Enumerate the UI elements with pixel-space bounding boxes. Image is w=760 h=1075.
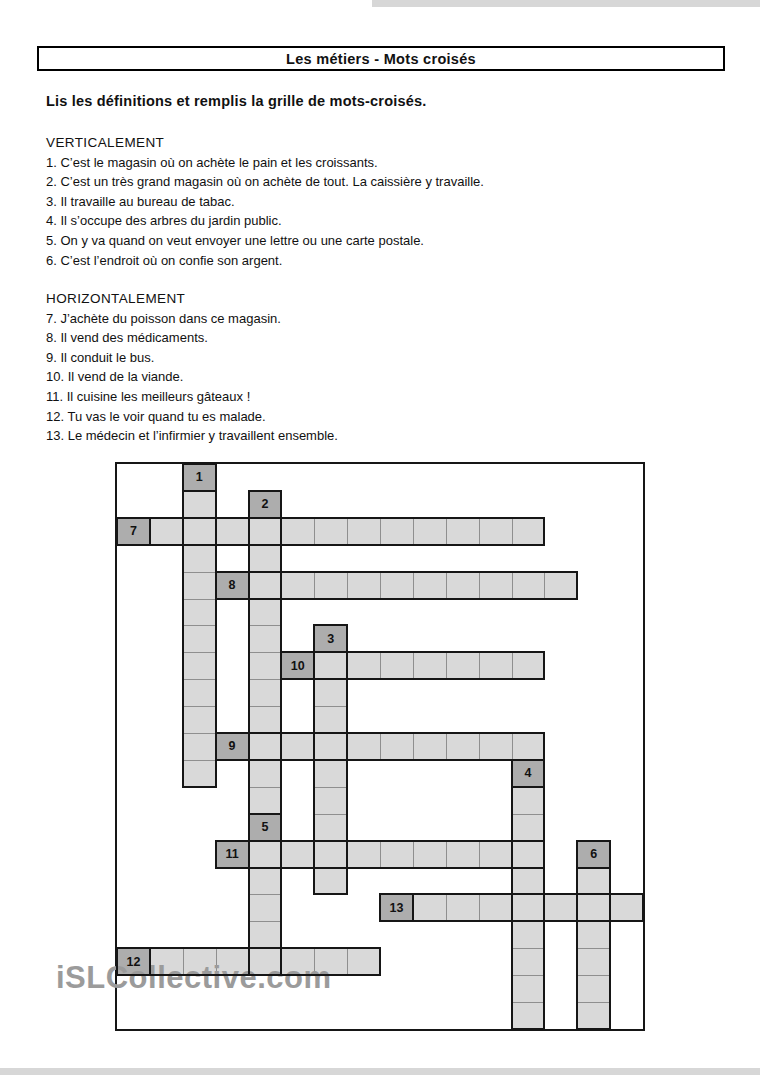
vertical-clues-list: 1. C’est le magasin où on achète le pain… [46, 153, 484, 271]
grid-cell-4-8[interactable] [512, 975, 545, 1002]
grid-cell-13-3[interactable] [479, 894, 512, 921]
grid-cell-7-9[interactable] [413, 518, 446, 545]
grid-cell-8-5[interactable] [380, 572, 413, 599]
grid-cell-7-1[interactable] [150, 518, 183, 545]
grid-cell-3-6[interactable] [314, 787, 347, 814]
grid-cell-2-11[interactable] [249, 787, 282, 814]
grid-cell-9-2[interactable] [281, 733, 314, 760]
clue-vertical-3: 3. Il travaille au bureau de tabac. [46, 192, 484, 212]
grid-cell-2-2[interactable] [249, 545, 282, 572]
horizontal-clues-section: HORIZONTALEMENT 7. J’achète du poisson d… [46, 289, 338, 446]
grid-cell-2-5[interactable] [249, 625, 282, 652]
grid-cell-1-5[interactable] [183, 599, 216, 626]
grid-cell-3-5[interactable] [314, 760, 347, 787]
grid-cell-9-8[interactable] [479, 733, 512, 760]
grid-cell-4-7[interactable] [512, 948, 545, 975]
clue-vertical-4: 4. Il s’occupe des arbres du jardin publ… [46, 211, 484, 231]
grid-cell-4-9[interactable] [512, 1002, 545, 1029]
clue-number-cell-8: 8 [216, 572, 249, 599]
grid-cell-6-6[interactable] [577, 1002, 610, 1029]
grid-cell-3-3[interactable] [314, 706, 347, 733]
grid-cell-9-5[interactable] [380, 733, 413, 760]
grid-cell-3-1[interactable] [314, 652, 347, 679]
clue-number-cell-5: 5 [249, 814, 282, 841]
clue-horizontal-7: 7. J’achète du poisson dans ce magasin. [46, 309, 338, 329]
clue-horizontal-9: 9. Il conduit le bus. [46, 348, 338, 368]
grid-cell-4-1[interactable] [512, 787, 545, 814]
grid-cell-13-5[interactable] [544, 894, 577, 921]
grid-cell-10-7[interactable] [512, 652, 545, 679]
grid-cell-2-9[interactable] [249, 733, 282, 760]
grid-cell-5-4[interactable] [249, 921, 282, 948]
clue-number-cell-13: 13 [380, 894, 413, 921]
clue-vertical-2: 2. C’est un très grand magasin où on ach… [46, 172, 484, 192]
clue-number-cell-7: 7 [117, 518, 150, 545]
grid-cell-13-2[interactable] [446, 894, 479, 921]
grid-cell-1-7[interactable] [183, 652, 216, 679]
grid-cell-2-10[interactable] [249, 760, 282, 787]
clue-horizontal-12: 12. Tu vas le voir quand tu es malade. [46, 407, 338, 427]
clue-number-cell-1: 1 [183, 464, 216, 491]
grid-cell-9-4[interactable] [347, 733, 380, 760]
grid-cell-3-7[interactable] [314, 814, 347, 841]
crossword-grid-cells: 78109111312123456 [117, 464, 643, 1029]
grid-cell-1-3[interactable] [183, 545, 216, 572]
clue-horizontal-8: 8. Il vend des médicaments. [46, 328, 338, 348]
vertical-clues-heading: VERTICALEMENT [46, 133, 484, 153]
grid-cell-4-6[interactable] [512, 921, 545, 948]
scan-artifact-bottom [0, 1068, 760, 1075]
grid-cell-4-5[interactable] [512, 894, 545, 921]
grid-cell-1-4[interactable] [183, 572, 216, 599]
grid-cell-8-9[interactable] [512, 572, 545, 599]
grid-cell-13-1[interactable] [413, 894, 446, 921]
horizontal-clues-list: 7. J’achète du poisson dans ce magasin.8… [46, 309, 338, 446]
grid-cell-6-1[interactable] [577, 868, 610, 895]
clue-number-cell-6: 6 [577, 841, 610, 868]
grid-cell-11-5[interactable] [380, 841, 413, 868]
clue-number-cell-3: 3 [314, 625, 347, 652]
grid-cell-1-1[interactable] [183, 491, 216, 518]
clue-vertical-5: 5. On y va quand on veut envoyer une let… [46, 231, 484, 251]
grid-cell-7-7[interactable] [347, 518, 380, 545]
grid-cell-1-2[interactable] [183, 518, 216, 545]
grid-cell-8-4[interactable] [347, 572, 380, 599]
grid-cell-7-8[interactable] [380, 518, 413, 545]
clue-vertical-1: 1. C’est le magasin où on achète le pain… [46, 153, 484, 173]
grid-cell-11-8[interactable] [479, 841, 512, 868]
grid-cell-6-3[interactable] [577, 921, 610, 948]
grid-cell-11-4[interactable] [347, 841, 380, 868]
grid-cell-11-7[interactable] [446, 841, 479, 868]
clue-number-cell-10: 10 [281, 652, 314, 679]
grid-cell-2-4[interactable] [249, 599, 282, 626]
grid-cell-2-1[interactable] [249, 518, 282, 545]
grid-cell-1-10[interactable] [183, 733, 216, 760]
grid-cell-1-9[interactable] [183, 706, 216, 733]
grid-cell-7-6[interactable] [314, 518, 347, 545]
grid-cell-9-9[interactable] [512, 733, 545, 760]
grid-cell-8-3[interactable] [314, 572, 347, 599]
grid-cell-11-6[interactable] [413, 841, 446, 868]
clue-horizontal-13: 13. Le médecin et l’infirmier y travaill… [46, 426, 338, 446]
grid-cell-8-7[interactable] [446, 572, 479, 599]
grid-cell-11-2[interactable] [281, 841, 314, 868]
watermark-islcollective: iSLCollective.com [56, 960, 332, 996]
grid-cell-7-10[interactable] [446, 518, 479, 545]
grid-cell-1-8[interactable] [183, 679, 216, 706]
page-title: Les métiers - Mots croisés [286, 51, 476, 67]
grid-cell-9-7[interactable] [446, 733, 479, 760]
grid-cell-3-8[interactable] [314, 841, 347, 868]
clue-horizontal-10: 10. Il vend de la viande. [46, 367, 338, 387]
grid-cell-1-11[interactable] [183, 760, 216, 787]
grid-cell-5-3[interactable] [249, 894, 282, 921]
horizontal-clues-heading: HORIZONTALEMENT [46, 289, 338, 309]
grid-cell-8-8[interactable] [479, 572, 512, 599]
grid-cell-3-4[interactable] [314, 733, 347, 760]
worksheet-title-box: Les métiers - Mots croisés [37, 46, 725, 71]
grid-cell-12-7[interactable] [347, 948, 380, 975]
grid-cell-10-5[interactable] [446, 652, 479, 679]
grid-cell-2-6[interactable] [249, 652, 282, 679]
grid-cell-3-9[interactable] [314, 868, 347, 895]
grid-cell-9-6[interactable] [413, 733, 446, 760]
crossword-grid: 78109111312123456 [115, 462, 645, 1031]
grid-cell-2-7[interactable] [249, 679, 282, 706]
grid-cell-8-6[interactable] [413, 572, 446, 599]
grid-cell-4-3[interactable] [512, 841, 545, 868]
grid-cell-6-4[interactable] [577, 948, 610, 975]
grid-cell-7-11[interactable] [479, 518, 512, 545]
scan-artifact-top [372, 0, 760, 7]
grid-cell-2-3[interactable] [249, 572, 282, 599]
grid-cell-5-2[interactable] [249, 868, 282, 895]
grid-cell-6-2[interactable] [577, 894, 610, 921]
grid-cell-2-8[interactable] [249, 706, 282, 733]
grid-cell-8-2[interactable] [281, 572, 314, 599]
grid-cell-4-2[interactable] [512, 814, 545, 841]
grid-cell-5-1[interactable] [249, 841, 282, 868]
grid-cell-6-5[interactable] [577, 975, 610, 1002]
clue-number-cell-11: 11 [216, 841, 249, 868]
clue-number-cell-2: 2 [249, 491, 282, 518]
grid-cell-1-6[interactable] [183, 625, 216, 652]
clue-number-cell-9: 9 [216, 733, 249, 760]
grid-cell-10-4[interactable] [413, 652, 446, 679]
grid-cell-8-10[interactable] [544, 572, 577, 599]
grid-cell-10-6[interactable] [479, 652, 512, 679]
grid-cell-13-7[interactable] [610, 894, 643, 921]
grid-cell-7-12[interactable] [512, 518, 545, 545]
clue-vertical-6: 6. C’est l’endroit où on confie son arge… [46, 251, 484, 271]
grid-cell-3-2[interactable] [314, 679, 347, 706]
grid-cell-10-2[interactable] [347, 652, 380, 679]
vertical-clues-section: VERTICALEMENT 1. C’est le magasin où on … [46, 133, 484, 270]
grid-cell-7-5[interactable] [281, 518, 314, 545]
instruction-text: Lis les définitions et remplis la grille… [46, 93, 426, 109]
clue-horizontal-11: 11. Il cuisine les meilleurs gâteaux ! [46, 387, 338, 407]
grid-cell-10-3[interactable] [380, 652, 413, 679]
grid-cell-4-4[interactable] [512, 868, 545, 895]
grid-cell-7-3[interactable] [216, 518, 249, 545]
clue-number-cell-4: 4 [512, 760, 545, 787]
